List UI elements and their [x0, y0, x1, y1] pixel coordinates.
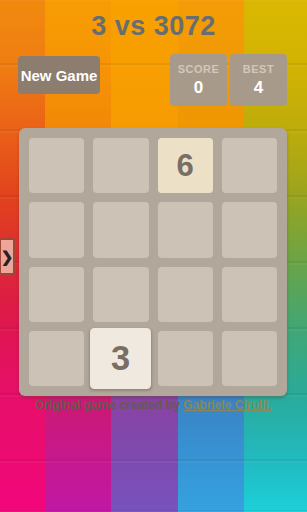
cell-r2c3	[222, 267, 277, 322]
credit-text-prefix: Original game created by	[35, 398, 180, 412]
score-box: SCORE 0	[170, 54, 227, 106]
cell-r2c0	[29, 267, 84, 322]
cell-r2c2	[158, 267, 213, 322]
cell-r3c3	[222, 331, 277, 386]
best-value: 4	[230, 78, 287, 98]
cell-r1c3	[222, 202, 277, 257]
cell-r0c0	[29, 138, 84, 193]
score-value: 0	[170, 78, 227, 98]
cell-r2c1	[93, 267, 148, 322]
cell-r3c2	[158, 331, 213, 386]
cell-r1c2	[158, 202, 213, 257]
cell-r0c2: 6	[158, 138, 213, 193]
cell-r1c0	[29, 202, 84, 257]
game-board[interactable]: 63	[19, 128, 287, 396]
app-screen: 3 vs 3072 New Game SCORE 0 BEST 4 ❯ 63 O…	[0, 0, 307, 512]
chevron-right-icon: ❯	[1, 249, 14, 264]
drawer-handle[interactable]: ❯	[0, 238, 15, 275]
cell-r3c1: 3	[93, 331, 148, 386]
tile-3: 3	[90, 328, 151, 389]
best-box: BEST 4	[230, 54, 287, 106]
credit-link[interactable]: Gabriele Cirulli.	[183, 398, 272, 412]
cell-r0c1	[93, 138, 148, 193]
credit-text: Original game created by Gabriele Cirull…	[0, 398, 307, 412]
new-game-button[interactable]: New Game	[18, 56, 100, 94]
cell-r3c0	[29, 331, 84, 386]
cell-r1c1	[93, 202, 148, 257]
page-title: 3 vs 3072	[0, 11, 307, 42]
cell-r0c3	[222, 138, 277, 193]
score-label: SCORE	[170, 63, 227, 75]
tile-6: 6	[158, 138, 213, 193]
best-label: BEST	[230, 63, 287, 75]
